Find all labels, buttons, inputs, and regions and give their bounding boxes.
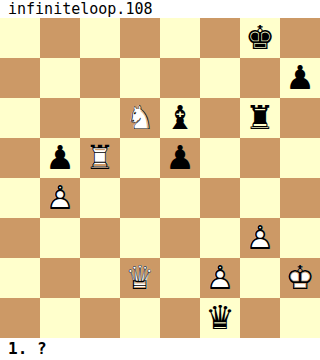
black-pawn[interactable]: ♟ <box>45 138 75 178</box>
square-a6[interactable] <box>0 98 40 138</box>
square-e3[interactable] <box>160 218 200 258</box>
piece-outline: ♙ <box>245 218 275 257</box>
square-e5[interactable]: ♟ <box>160 138 200 178</box>
square-d5[interactable] <box>120 138 160 178</box>
square-h5[interactable] <box>280 138 320 178</box>
square-h6[interactable] <box>280 98 320 138</box>
piece-outline: ♘ <box>125 98 155 137</box>
white-knight[interactable]: ♞♘ <box>125 98 155 138</box>
black-king[interactable]: ♚ <box>245 18 275 58</box>
square-g4[interactable] <box>240 178 280 218</box>
square-c1[interactable] <box>80 298 120 338</box>
white-pawn[interactable]: ♟♙ <box>245 218 275 258</box>
square-d3[interactable] <box>120 218 160 258</box>
square-d7[interactable] <box>120 58 160 98</box>
square-b8[interactable] <box>40 18 80 58</box>
square-f8[interactable] <box>200 18 240 58</box>
square-f2[interactable]: ♟♙ <box>200 258 240 298</box>
square-e4[interactable] <box>160 178 200 218</box>
white-queen[interactable]: ♛♕ <box>125 258 155 298</box>
square-h8[interactable] <box>280 18 320 58</box>
square-a4[interactable] <box>0 178 40 218</box>
square-b1[interactable] <box>40 298 80 338</box>
square-d2[interactable]: ♛♕ <box>120 258 160 298</box>
square-d1[interactable] <box>120 298 160 338</box>
square-e7[interactable] <box>160 58 200 98</box>
square-b6[interactable] <box>40 98 80 138</box>
square-f3[interactable] <box>200 218 240 258</box>
piece-outline: ♙ <box>205 258 235 297</box>
square-d4[interactable] <box>120 178 160 218</box>
piece-outline: ♕ <box>125 258 155 297</box>
black-pawn[interactable]: ♟ <box>285 58 315 98</box>
square-g8[interactable]: ♚ <box>240 18 280 58</box>
square-f7[interactable] <box>200 58 240 98</box>
square-c6[interactable] <box>80 98 120 138</box>
square-b2[interactable] <box>40 258 80 298</box>
square-g3[interactable]: ♟♙ <box>240 218 280 258</box>
piece-outline: ♔ <box>285 258 315 297</box>
square-b5[interactable]: ♟ <box>40 138 80 178</box>
square-d6[interactable]: ♞♘ <box>120 98 160 138</box>
black-rook[interactable]: ♜ <box>245 98 275 138</box>
white-king[interactable]: ♚♔ <box>285 258 315 298</box>
square-a1[interactable] <box>0 298 40 338</box>
square-h7[interactable]: ♟ <box>280 58 320 98</box>
square-g7[interactable] <box>240 58 280 98</box>
square-e6[interactable]: ♝ <box>160 98 200 138</box>
square-e1[interactable] <box>160 298 200 338</box>
square-a8[interactable] <box>0 18 40 58</box>
square-h3[interactable] <box>280 218 320 258</box>
square-h4[interactable] <box>280 178 320 218</box>
square-g2[interactable] <box>240 258 280 298</box>
square-g5[interactable] <box>240 138 280 178</box>
square-g6[interactable]: ♜ <box>240 98 280 138</box>
square-b3[interactable] <box>40 218 80 258</box>
chess-board: ♚♟♞♘♝♜♟♜♖♟♟♙♟♙♛♕♟♙♚♔♛ <box>0 18 320 338</box>
square-a2[interactable] <box>0 258 40 298</box>
black-bishop[interactable]: ♝ <box>165 98 195 138</box>
white-pawn[interactable]: ♟♙ <box>45 178 75 218</box>
square-e2[interactable] <box>160 258 200 298</box>
piece-outline: ♙ <box>45 178 75 217</box>
square-c2[interactable] <box>80 258 120 298</box>
piece-outline: ♖ <box>85 138 115 177</box>
square-a7[interactable] <box>0 58 40 98</box>
square-f4[interactable] <box>200 178 240 218</box>
square-f6[interactable] <box>200 98 240 138</box>
square-f1[interactable]: ♛ <box>200 298 240 338</box>
square-b4[interactable]: ♟♙ <box>40 178 80 218</box>
move-prompt: 1. ? <box>8 339 47 359</box>
square-d8[interactable] <box>120 18 160 58</box>
black-queen[interactable]: ♛ <box>205 298 235 338</box>
square-c3[interactable] <box>80 218 120 258</box>
square-f5[interactable] <box>200 138 240 178</box>
puzzle-title: infiniteloop.108 <box>8 1 153 17</box>
square-a5[interactable] <box>0 138 40 178</box>
white-pawn[interactable]: ♟♙ <box>205 258 235 298</box>
black-pawn[interactable]: ♟ <box>165 138 195 178</box>
square-a3[interactable] <box>0 218 40 258</box>
square-c8[interactable] <box>80 18 120 58</box>
square-h1[interactable] <box>280 298 320 338</box>
square-e8[interactable] <box>160 18 200 58</box>
square-g1[interactable] <box>240 298 280 338</box>
square-b7[interactable] <box>40 58 80 98</box>
square-h2[interactable]: ♚♔ <box>280 258 320 298</box>
square-c5[interactable]: ♜♖ <box>80 138 120 178</box>
white-rook[interactable]: ♜♖ <box>85 138 115 178</box>
square-c7[interactable] <box>80 58 120 98</box>
square-c4[interactable] <box>80 178 120 218</box>
